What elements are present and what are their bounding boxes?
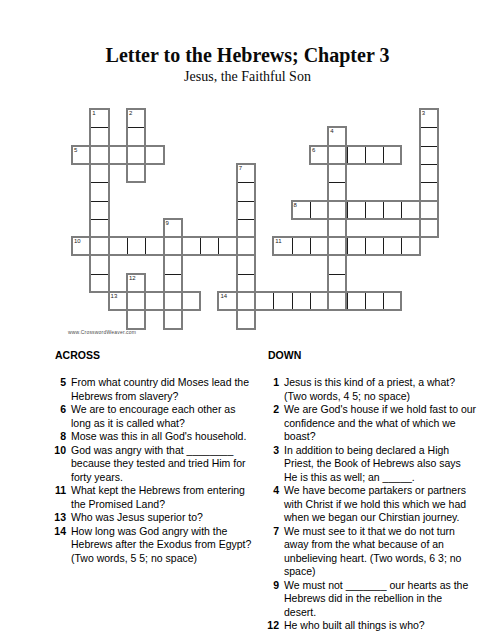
clue-across-11: 11What kept the Hebrews from entering th…	[48, 484, 257, 511]
cell-r1c19[interactable]	[420, 127, 438, 145]
cell-r7c15[interactable]	[347, 237, 365, 255]
cell-r3c3[interactable]	[127, 164, 145, 182]
cell-r6c14[interactable]	[328, 219, 346, 237]
cell-r10c14[interactable]	[328, 292, 346, 310]
cell-number-3: 3	[422, 110, 425, 117]
clue-text: We have become partakers or partners wit…	[279, 484, 477, 525]
watermark: www.CrosswordWeaver.com	[68, 329, 136, 335]
cell-r0c19[interactable]: 3	[420, 109, 438, 127]
cell-r11c9[interactable]	[237, 310, 255, 328]
cell-r2c2[interactable]	[109, 146, 127, 164]
cell-r2c16[interactable]	[365, 146, 383, 164]
cell-number-11: 11	[275, 238, 281, 245]
cell-r6c1[interactable]	[90, 219, 108, 237]
clue-down-2: 2We are God's house if we hold fast to o…	[261, 403, 477, 444]
cell-r5c19[interactable]	[420, 201, 438, 219]
cell-r6c5[interactable]: 9	[164, 219, 182, 237]
cell-r8c14[interactable]	[328, 255, 346, 273]
clue-number: 14	[48, 525, 66, 566]
cell-r7c9[interactable]	[237, 237, 255, 255]
cell-r0c1[interactable]: 1	[90, 109, 108, 127]
cell-r7c16[interactable]	[365, 237, 383, 255]
cell-number-7: 7	[239, 165, 242, 172]
clue-number: 13	[48, 511, 66, 525]
cell-r10c8[interactable]: 14	[218, 292, 236, 310]
cell-r10c11[interactable]	[273, 292, 291, 310]
cell-r3c9[interactable]: 7	[237, 164, 255, 182]
clue-text: Mose was this in all God's household.	[66, 430, 257, 444]
cell-r10c13[interactable]	[310, 292, 328, 310]
cell-number-14: 14	[220, 293, 227, 300]
clue-text: We must see to it that we do not turn aw…	[279, 525, 477, 579]
cell-r11c5[interactable]	[164, 310, 182, 328]
cell-r10c5[interactable]	[164, 292, 182, 310]
clue-text: In addition to being declared a High Pri…	[279, 444, 477, 485]
clue-text: What kept the Hebrews from entering the …	[66, 484, 257, 511]
clue-number: 6	[48, 403, 66, 430]
clue-across-8: 8Mose was this in all God's household.	[48, 430, 257, 444]
cell-r7c11[interactable]: 11	[273, 237, 291, 255]
cell-r10c10[interactable]	[255, 292, 273, 310]
down-clues-section: DOWN 1Jesus is this kind of a priest, a …	[261, 349, 477, 633]
across-header: ACROSS	[55, 349, 257, 361]
cell-r5c17[interactable]	[383, 201, 401, 219]
cell-r0c3[interactable]: 2	[127, 109, 145, 127]
cell-r3c1[interactable]	[90, 164, 108, 182]
cell-r9c14[interactable]	[328, 274, 346, 292]
cell-r2c4[interactable]	[145, 146, 163, 164]
across-clue-list: 5From what country did Moses lead the He…	[48, 376, 257, 565]
cell-r9c1[interactable]	[90, 274, 108, 292]
cell-r4c19[interactable]	[420, 182, 438, 200]
cell-r2c15[interactable]	[347, 146, 365, 164]
clue-text: From what country did Moses lead the Heb…	[66, 376, 257, 403]
clue-number: 10	[48, 444, 66, 485]
clue-down-4: 4We have become partakers or partners wi…	[261, 484, 477, 525]
cell-r10c16[interactable]	[365, 292, 383, 310]
cell-r4c1[interactable]	[90, 182, 108, 200]
cell-r10c2[interactable]: 13	[109, 292, 127, 310]
clue-text: We must not _______ our hearts as the He…	[279, 579, 477, 620]
cell-r2c17[interactable]	[383, 146, 401, 164]
clue-across-6: 6We are to encourage each other as long …	[48, 403, 257, 430]
cell-r7c12[interactable]	[292, 237, 310, 255]
cell-number-12: 12	[129, 275, 136, 282]
cell-r4c14[interactable]	[328, 182, 346, 200]
cell-r5c9[interactable]	[237, 201, 255, 219]
cell-number-8: 8	[294, 202, 297, 209]
clue-text: He who built all things is who?	[279, 619, 477, 633]
cell-r2c3[interactable]	[127, 146, 145, 164]
clue-down-3: 3In addition to being declared a High Pr…	[261, 444, 477, 485]
cell-r5c1[interactable]	[90, 201, 108, 219]
clue-number: 11	[48, 484, 66, 511]
cell-r1c1[interactable]	[90, 127, 108, 145]
cell-r4c9[interactable]	[237, 182, 255, 200]
cell-number-9: 9	[166, 220, 169, 227]
clue-number: 8	[48, 430, 66, 444]
cell-r2c0[interactable]: 5	[72, 146, 90, 164]
clue-number: 4	[261, 484, 279, 525]
clue-number: 9	[261, 579, 279, 620]
cell-r10c6[interactable]	[182, 292, 200, 310]
crossword-page: Letter to the Hebrews; Chapter 3 Jesus, …	[0, 0, 495, 640]
cell-number-4: 4	[330, 128, 333, 135]
across-clues-section: ACROSS 5From what country did Moses lead…	[48, 349, 257, 565]
cell-r9c9[interactable]	[237, 274, 255, 292]
cell-r5c14[interactable]	[328, 201, 346, 219]
cell-r7c1[interactable]	[90, 237, 108, 255]
cell-r6c9[interactable]	[237, 219, 255, 237]
cell-r7c7[interactable]	[200, 237, 218, 255]
cell-r7c18[interactable]	[401, 237, 419, 255]
cell-r8c5[interactable]	[164, 255, 182, 273]
page-subtitle: Jesus, the Faithful Son	[0, 69, 495, 85]
cell-r7c5[interactable]	[164, 237, 182, 255]
clue-across-5: 5From what country did Moses lead the He…	[48, 376, 257, 403]
cell-r2c14[interactable]	[328, 146, 346, 164]
clue-text: We are to encourage each other as long a…	[66, 403, 257, 430]
cell-r8c9[interactable]	[237, 255, 255, 273]
cell-r7c6[interactable]	[182, 237, 200, 255]
cell-r11c3[interactable]	[127, 310, 145, 328]
clue-number: 12	[261, 619, 279, 633]
cell-r7c14[interactable]	[328, 237, 346, 255]
clue-number: 2	[261, 403, 279, 444]
cell-r7c8[interactable]	[218, 237, 236, 255]
clue-text: Who was Jesus superior to?	[66, 511, 257, 525]
down-clue-list: 1Jesus is this kind of a priest, a what?…	[261, 376, 477, 633]
cell-r8c1[interactable]	[90, 255, 108, 273]
cell-r10c15[interactable]	[347, 292, 365, 310]
down-header: DOWN	[268, 349, 477, 361]
cell-r10c17[interactable]	[383, 292, 401, 310]
cell-r3c14[interactable]	[328, 164, 346, 182]
cell-r7c17[interactable]	[383, 237, 401, 255]
cell-number-1: 1	[92, 110, 95, 117]
cell-r1c14[interactable]: 4	[328, 127, 346, 145]
cell-number-5: 5	[74, 147, 77, 154]
cell-r10c9[interactable]	[237, 292, 255, 310]
clue-text: God was angry with that ________ because…	[66, 444, 257, 485]
clue-down-7: 7We must see to it that we do not turn a…	[261, 525, 477, 579]
clue-text: Jesus is this kind of a priest, a what? …	[279, 376, 477, 403]
cell-r7c3[interactable]	[127, 237, 145, 255]
clue-down-9: 9We must not _______ our hearts as the H…	[261, 579, 477, 620]
cell-r10c3[interactable]	[127, 292, 145, 310]
crossword-grid: 1234567891011121314	[72, 109, 439, 330]
cell-number-10: 10	[74, 238, 81, 245]
cell-r5c12[interactable]: 8	[292, 201, 310, 219]
cell-r7c2[interactable]	[109, 237, 127, 255]
clue-number: 3	[261, 444, 279, 485]
cell-number-13: 13	[111, 293, 118, 300]
cell-r9c5[interactable]	[164, 274, 182, 292]
clue-across-10: 10God was angry with that ________ becau…	[48, 444, 257, 485]
cell-r7c13[interactable]	[310, 237, 328, 255]
clue-number: 5	[48, 376, 66, 403]
clue-across-13: 13Who was Jesus superior to?	[48, 511, 257, 525]
cell-r5c16[interactable]	[365, 201, 383, 219]
clue-across-14: 14How long was God angry with the Hebrew…	[48, 525, 257, 566]
cell-number-2: 2	[129, 110, 132, 117]
cell-r7c4[interactable]	[145, 237, 163, 255]
cell-r5c13[interactable]	[310, 201, 328, 219]
cell-r3c19[interactable]	[420, 164, 438, 182]
cell-r2c1[interactable]	[90, 146, 108, 164]
clue-text: How long was God angry with the Hebrews …	[66, 525, 257, 566]
cell-r2c19[interactable]	[420, 146, 438, 164]
cell-r10c4[interactable]	[145, 292, 163, 310]
clue-number: 7	[261, 525, 279, 579]
cell-r6c19[interactable]	[420, 219, 438, 237]
cell-r9c3[interactable]: 12	[127, 274, 145, 292]
clue-number: 1	[261, 376, 279, 403]
cell-r5c15[interactable]	[347, 201, 365, 219]
cell-r5c18[interactable]	[401, 201, 419, 219]
clue-down-12: 12He who built all things is who?	[261, 619, 477, 633]
clue-down-1: 1Jesus is this kind of a priest, a what?…	[261, 376, 477, 403]
clue-text: We are God's house if we hold fast to ou…	[279, 403, 477, 444]
page-title: Letter to the Hebrews; Chapter 3	[0, 44, 495, 67]
cell-r10c12[interactable]	[292, 292, 310, 310]
cell-number-6: 6	[312, 147, 315, 154]
cell-r2c13[interactable]: 6	[310, 146, 328, 164]
cell-r7c0[interactable]: 10	[72, 237, 90, 255]
cell-r1c3[interactable]	[127, 127, 145, 145]
